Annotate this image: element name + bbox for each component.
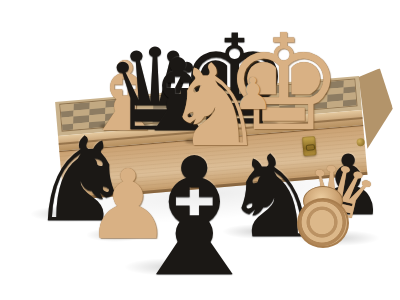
- black-bishop-front: ♝: [121, 136, 267, 299]
- chess-set-photo: ♝ ♛ ♝ ♚ ♚ ♟ ♞ ♟ ♞ ♟ ♞ ♛ ♝: [0, 0, 400, 300]
- bishop-glyph: ♝: [121, 136, 267, 299]
- lid-square: [343, 99, 358, 107]
- piece-base-disc: [297, 198, 349, 248]
- white-queen-lying: ♛: [292, 146, 352, 246]
